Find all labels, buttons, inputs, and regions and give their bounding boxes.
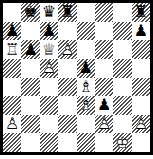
square-e1[interactable] <box>77 133 95 152</box>
square-g1[interactable]: ♚♔ <box>113 133 131 152</box>
square-a7[interactable]: ♟ <box>3 22 21 41</box>
piece-black-king-icon: ♚ <box>21 3 39 22</box>
square-e2[interactable] <box>77 115 95 134</box>
square-c7[interactable]: ♟ <box>40 22 58 41</box>
piece-white-king-icon: ♚♔ <box>113 133 131 152</box>
square-b2[interactable] <box>21 115 39 134</box>
square-c6[interactable]: ♛♕ <box>40 40 58 59</box>
square-f4[interactable] <box>95 78 113 97</box>
square-g2[interactable] <box>113 115 131 134</box>
square-b4[interactable] <box>21 78 39 97</box>
square-g4[interactable] <box>113 78 131 97</box>
square-b7[interactable] <box>21 22 39 41</box>
piece-black-rook-icon: ♜ <box>132 3 150 22</box>
square-d4[interactable] <box>58 78 76 97</box>
square-d1[interactable] <box>58 133 76 152</box>
square-h5[interactable] <box>132 59 150 78</box>
square-d5[interactable] <box>58 59 76 78</box>
square-f7[interactable] <box>95 22 113 41</box>
square-g7[interactable] <box>113 22 131 41</box>
square-h6[interactable] <box>132 40 150 59</box>
piece-black-pawn-icon: ♟ <box>21 40 39 59</box>
square-e4[interactable]: ♝♗ <box>77 78 95 97</box>
square-d8[interactable]: ♜ <box>58 3 76 22</box>
piece-white-queen-icon: ♛♕ <box>40 40 58 59</box>
square-h2[interactable]: ♟♙ <box>132 115 150 134</box>
square-e3[interactable]: ♝♗ <box>77 96 95 115</box>
square-f5[interactable] <box>95 59 113 78</box>
square-b1[interactable] <box>21 133 39 152</box>
square-e7[interactable] <box>77 22 95 41</box>
square-f8[interactable] <box>95 3 113 22</box>
square-c5[interactable]: ♟♙ <box>40 59 58 78</box>
piece-white-bishop-icon: ♝♗ <box>77 78 95 97</box>
square-g6[interactable] <box>113 40 131 59</box>
square-a8[interactable] <box>3 3 21 22</box>
piece-black-pawn-icon: ♟ <box>77 59 95 78</box>
piece-black-pawn-icon: ♟ <box>3 22 21 41</box>
square-h4[interactable] <box>132 78 150 97</box>
chess-board: ♚♛♜♜♟♟♟♜♖♟♛♕♟♙♟♙♟♝♗♝♗♟♟♙♟♙♟♙♚♔ <box>3 3 150 152</box>
square-h7[interactable]: ♟ <box>132 22 150 41</box>
square-b8[interactable]: ♚ <box>21 3 39 22</box>
square-d3[interactable] <box>58 96 76 115</box>
square-g3[interactable] <box>113 96 131 115</box>
square-e8[interactable] <box>77 3 95 22</box>
square-c1[interactable] <box>40 133 58 152</box>
piece-white-pawn-icon: ♟♙ <box>3 115 21 134</box>
piece-white-pawn-icon: ♟♙ <box>58 40 76 59</box>
piece-black-pawn-icon: ♟ <box>95 96 113 115</box>
square-a3[interactable] <box>3 96 21 115</box>
square-a5[interactable] <box>3 59 21 78</box>
piece-white-rook-icon: ♜♖ <box>3 40 21 59</box>
piece-black-pawn-icon: ♟ <box>40 22 58 41</box>
square-c4[interactable] <box>40 78 58 97</box>
square-c3[interactable] <box>40 96 58 115</box>
square-c8[interactable]: ♛ <box>40 3 58 22</box>
square-a1[interactable] <box>3 133 21 152</box>
square-c2[interactable] <box>40 115 58 134</box>
square-f2[interactable]: ♟♙ <box>95 115 113 134</box>
square-d6[interactable]: ♟♙ <box>58 40 76 59</box>
square-f6[interactable] <box>95 40 113 59</box>
piece-white-pawn-icon: ♟♙ <box>40 59 58 78</box>
square-f3[interactable]: ♟ <box>95 96 113 115</box>
piece-white-pawn-icon: ♟♙ <box>132 115 150 134</box>
square-b3[interactable] <box>21 96 39 115</box>
square-g5[interactable] <box>113 59 131 78</box>
square-h8[interactable]: ♜ <box>132 3 150 22</box>
square-f1[interactable] <box>95 133 113 152</box>
square-h3[interactable] <box>132 96 150 115</box>
square-b6[interactable]: ♟ <box>21 40 39 59</box>
square-a4[interactable] <box>3 78 21 97</box>
piece-black-rook-icon: ♜ <box>58 3 76 22</box>
bottom-margin <box>0 155 153 159</box>
square-a6[interactable]: ♜♖ <box>3 40 21 59</box>
square-h1[interactable] <box>132 133 150 152</box>
piece-white-pawn-icon: ♟♙ <box>95 115 113 134</box>
square-d7[interactable] <box>58 22 76 41</box>
square-b5[interactable] <box>21 59 39 78</box>
piece-black-pawn-icon: ♟ <box>132 22 150 41</box>
piece-white-bishop-icon: ♝♗ <box>77 96 95 115</box>
square-e6[interactable] <box>77 40 95 59</box>
piece-black-queen-icon: ♛ <box>40 3 58 22</box>
square-d2[interactable] <box>58 115 76 134</box>
square-e5[interactable]: ♟ <box>77 59 95 78</box>
square-g8[interactable] <box>113 3 131 22</box>
board-frame: ♚♛♜♜♟♟♟♜♖♟♛♕♟♙♟♙♟♝♗♝♗♟♟♙♟♙♟♙♚♔ <box>0 0 153 155</box>
square-a2[interactable]: ♟♙ <box>3 115 21 134</box>
